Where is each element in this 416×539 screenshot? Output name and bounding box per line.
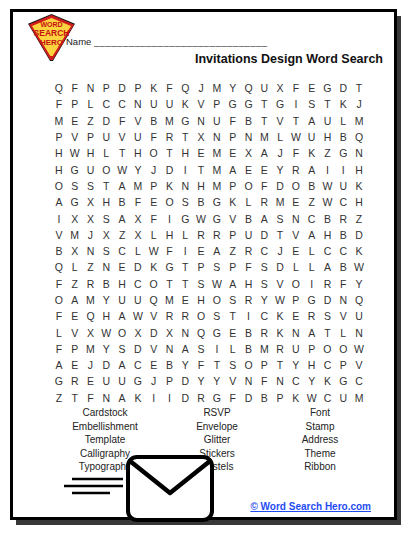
grid-cell: N — [83, 80, 99, 96]
grid-cell: H — [304, 357, 320, 373]
grid-cell: R — [193, 227, 209, 243]
grid-cell: X — [83, 324, 99, 340]
grid-cell: R — [256, 324, 272, 340]
grid-cell: K — [272, 324, 288, 340]
grid-cell: G — [209, 210, 225, 226]
grid-cell: S — [114, 341, 130, 357]
grid-cell: L — [241, 194, 257, 210]
grid-cell: C — [130, 357, 146, 373]
grid-cell: R — [177, 308, 193, 324]
grid-cell: H — [193, 292, 209, 308]
grid-cell: V — [272, 113, 288, 129]
grid-cell: M — [272, 194, 288, 210]
worksheet-page: WORD SEARCH HERO Name __________________… — [10, 9, 397, 520]
grid-cell: P — [193, 259, 209, 275]
grid-cell: P — [51, 129, 67, 145]
grid-cell: T — [177, 276, 193, 292]
grid-cell: X — [67, 243, 83, 259]
grid-cell: B — [241, 324, 257, 340]
grid-cell: G — [177, 113, 193, 129]
grid-cell: E — [146, 194, 162, 210]
grid-cell: R — [162, 308, 178, 324]
grid-cell: X — [272, 80, 288, 96]
grid-cell: W — [304, 390, 320, 406]
grid-cell: D — [98, 113, 114, 129]
grid-cell: V — [51, 227, 67, 243]
grid-cell: U — [130, 292, 146, 308]
grid-cell: Y — [351, 276, 367, 292]
grid-cell: C — [288, 373, 304, 389]
grid-cell: K — [351, 178, 367, 194]
grid-cell: R — [209, 227, 225, 243]
grid-cell: E — [288, 308, 304, 324]
grid-cell: Z — [67, 276, 83, 292]
grid-cell: Z — [351, 210, 367, 226]
grid-cell: R — [83, 276, 99, 292]
grid-cell: D — [98, 357, 114, 373]
grid-cell: N — [177, 178, 193, 194]
grid-cell: P — [335, 357, 351, 373]
grid-cell: F — [335, 276, 351, 292]
grid-cell: R — [162, 129, 178, 145]
grid-cell: N — [241, 129, 257, 145]
grid-cell: S — [193, 276, 209, 292]
grid-cell: T — [225, 308, 241, 324]
grid-cell: P — [98, 80, 114, 96]
grid-cell: C — [320, 243, 336, 259]
grid-cell: C — [304, 210, 320, 226]
grid-cell: B — [98, 276, 114, 292]
grid-cell: X — [67, 210, 83, 226]
grid-cell: L — [225, 341, 241, 357]
grid-cell: R — [241, 243, 257, 259]
grid-cell: G — [304, 292, 320, 308]
grid-cell: P — [304, 341, 320, 357]
grid-cell: W — [272, 292, 288, 308]
grid-cell: A — [304, 161, 320, 177]
grid-cell: Z — [114, 227, 130, 243]
grid-cell: N — [98, 390, 114, 406]
grid-cell: S — [256, 276, 272, 292]
grid-cell: O — [162, 194, 178, 210]
grid-cell: Q — [51, 259, 67, 275]
grid-cell: I — [335, 161, 351, 177]
grid-cell: J — [272, 145, 288, 161]
grid-cell: B — [256, 390, 272, 406]
grid-cell: A — [51, 357, 67, 373]
grid-cell: T — [288, 113, 304, 129]
grid-cell: M — [130, 178, 146, 194]
grid-cell: A — [67, 292, 83, 308]
grid-cell: D — [241, 390, 257, 406]
grid-cell: V — [114, 129, 130, 145]
grid-cell: B — [241, 210, 257, 226]
envelope-body — [128, 457, 212, 520]
grid-cell: X — [130, 227, 146, 243]
grid-cell: W — [130, 308, 146, 324]
grid-cell: F — [146, 129, 162, 145]
grid-cell: A — [256, 145, 272, 161]
grid-cell: T — [256, 113, 272, 129]
grid-cell: N — [98, 259, 114, 275]
grid-cell: Z — [51, 390, 67, 406]
grid-cell: H — [114, 276, 130, 292]
grid-cell: U — [304, 129, 320, 145]
grid-cell: E — [225, 324, 241, 340]
grid-cell: I — [320, 161, 336, 177]
grid-cell: Q — [351, 292, 367, 308]
grid-cell: B — [114, 194, 130, 210]
grid-cell: K — [146, 80, 162, 96]
grid-cell: S — [272, 210, 288, 226]
grid-cell: X — [193, 129, 209, 145]
grid-cell: D — [351, 227, 367, 243]
grid-cell: V — [272, 276, 288, 292]
grid-cell: Q — [146, 292, 162, 308]
grid-cell: D — [130, 341, 146, 357]
grid-cell: A — [114, 210, 130, 226]
grid-cell: U — [83, 161, 99, 177]
grid-cell: O — [241, 178, 257, 194]
grid-cell: C — [130, 276, 146, 292]
grid-cell: I — [288, 96, 304, 112]
grid-cell: I — [162, 390, 178, 406]
grid-cell: N — [130, 96, 146, 112]
grid-cell: R — [193, 390, 209, 406]
grid-cell: W — [351, 259, 367, 275]
grid-cell: T — [98, 178, 114, 194]
grid-cell: Q — [241, 80, 257, 96]
grid-cell: N — [351, 324, 367, 340]
grid-cell: O — [51, 178, 67, 194]
grid-cell: Q — [351, 129, 367, 145]
grid-cell: U — [256, 80, 272, 96]
grid-cell: T — [351, 80, 367, 96]
grid-cell: M — [51, 113, 67, 129]
grid-cell: N — [288, 324, 304, 340]
grid-cell: F — [288, 145, 304, 161]
grid-cell: R — [288, 161, 304, 177]
grid-cell: Y — [193, 373, 209, 389]
grid-cell: Q — [177, 80, 193, 96]
grid-cell: L — [272, 129, 288, 145]
grid-cell: R — [304, 308, 320, 324]
grid-cell: T — [272, 227, 288, 243]
grid-cell: D — [320, 292, 336, 308]
grid-cell: D — [162, 161, 178, 177]
grid-cell: P — [67, 341, 83, 357]
grid-cell: V — [335, 308, 351, 324]
grid-cell: F — [225, 390, 241, 406]
grid-cell: S — [209, 308, 225, 324]
grid-cell: P — [67, 96, 83, 112]
grid-cell: D — [272, 259, 288, 275]
grid-cell: O — [335, 341, 351, 357]
grid-cell: O — [193, 308, 209, 324]
grid-cell: F — [51, 308, 67, 324]
grid-cell: E — [288, 194, 304, 210]
grid-cell: P — [225, 129, 241, 145]
grid-cell: O — [209, 292, 225, 308]
grid-cell: W — [320, 178, 336, 194]
grid-cell: K — [162, 178, 178, 194]
grid-cell: B — [241, 341, 257, 357]
grid-cell: F — [193, 357, 209, 373]
grid-cell: B — [162, 357, 178, 373]
grid-cell: I — [177, 243, 193, 259]
grid-cell: T — [193, 161, 209, 177]
grid-cell: A — [114, 357, 130, 373]
grid-cell: P — [288, 292, 304, 308]
grid-cell: C — [98, 96, 114, 112]
grid-cell: V — [146, 341, 162, 357]
word-list-item: Cardstock — [40, 406, 170, 420]
grid-cell: O — [320, 341, 336, 357]
grid-cell: I — [304, 276, 320, 292]
grid-cell: U — [209, 113, 225, 129]
grid-cell: T — [162, 276, 178, 292]
grid-cell: R — [272, 341, 288, 357]
envelope-icon — [57, 453, 223, 525]
grid-cell: E — [288, 243, 304, 259]
grid-cell: G — [335, 373, 351, 389]
word-list-item: Ribbon — [255, 460, 385, 474]
grid-cell: I — [162, 210, 178, 226]
grid-cell: R — [241, 292, 257, 308]
grid-cell: L — [98, 145, 114, 161]
grid-cell: A — [114, 390, 130, 406]
grid-cell: U — [320, 113, 336, 129]
grid-cell: R — [256, 194, 272, 210]
grid-cell: B — [193, 194, 209, 210]
grid-cell: X — [83, 194, 99, 210]
grid-cell: S — [98, 210, 114, 226]
grid-cell: P — [225, 227, 241, 243]
word-list-item: Font — [255, 406, 385, 420]
grid-cell: L — [146, 227, 162, 243]
grid-cell: B — [241, 113, 257, 129]
grid-cell: B — [304, 178, 320, 194]
grid-cell: A — [225, 276, 241, 292]
grid-cell: H — [351, 194, 367, 210]
grid-cell: N — [177, 324, 193, 340]
grid-cell: V — [130, 113, 146, 129]
name-blank-line[interactable]: ______________________________ — [94, 36, 268, 47]
grid-cell: D — [256, 227, 272, 243]
grid-cell: H — [98, 194, 114, 210]
grid-cell: V — [193, 96, 209, 112]
grid-cell: G — [162, 259, 178, 275]
grid-cell: M — [209, 145, 225, 161]
grid-cell: G — [272, 96, 288, 112]
word-list-item: Stamp — [255, 420, 385, 434]
grid-cell: M — [209, 178, 225, 194]
grid-cell: B — [320, 210, 336, 226]
grid-cell: J — [83, 227, 99, 243]
grid-cell: K — [146, 259, 162, 275]
grid-cell: S — [320, 308, 336, 324]
grid-cell: T — [256, 96, 272, 112]
grid-cell: H — [98, 308, 114, 324]
grid-cell: V — [67, 129, 83, 145]
grid-cell: B — [335, 129, 351, 145]
grid-cell: M — [351, 390, 367, 406]
grid-cell: P — [130, 80, 146, 96]
grid-cell: K — [225, 194, 241, 210]
grid-cell: L — [67, 259, 83, 275]
grid-cell: A — [304, 113, 320, 129]
grid-cell: H — [83, 145, 99, 161]
grid-cell: C — [114, 243, 130, 259]
grid-cell: N — [335, 292, 351, 308]
grid-cell: G — [209, 324, 225, 340]
word-list-item: Embellishment — [40, 420, 170, 434]
grid-cell: T — [320, 96, 336, 112]
grid-cell: F — [288, 80, 304, 96]
grid-cell: G — [177, 210, 193, 226]
grid-cell: D — [146, 324, 162, 340]
grid-cell: W — [320, 194, 336, 210]
grid-cell: K — [288, 390, 304, 406]
grid-cell: N — [351, 145, 367, 161]
grid-cell: F — [51, 341, 67, 357]
grid-cell: B — [146, 113, 162, 129]
grid-cell: L — [177, 227, 193, 243]
grid-cell: F — [162, 243, 178, 259]
grid-cell: G — [335, 145, 351, 161]
grid-cell: X — [130, 324, 146, 340]
grid-cell: O — [241, 357, 257, 373]
grid-cell: Y — [272, 161, 288, 177]
grid-cell: C — [335, 194, 351, 210]
grid-cell: Y — [98, 341, 114, 357]
grid-cell: O — [146, 276, 162, 292]
grid-cell: B — [51, 243, 67, 259]
name-row: Name ______________________________ — [66, 36, 268, 47]
grid-cell: F — [241, 259, 257, 275]
grid-cell: G — [225, 96, 241, 112]
grid-cell: P — [83, 129, 99, 145]
grid-cell: C — [256, 243, 272, 259]
grid-cell: L — [51, 324, 67, 340]
grid-cell: M — [162, 292, 178, 308]
grid-cell: H — [51, 145, 67, 161]
grid-cell: X — [241, 145, 257, 161]
grid-cell: U — [98, 373, 114, 389]
grid-cell: K — [335, 96, 351, 112]
grid-cell: I — [146, 390, 162, 406]
grid-cell: F — [51, 276, 67, 292]
grid-cell: I — [209, 341, 225, 357]
grid-cell: F — [67, 80, 83, 96]
grid-cell: W — [146, 243, 162, 259]
grid-cell: J — [351, 96, 367, 112]
grid-cell: E — [225, 145, 241, 161]
grid-cell: T — [67, 390, 83, 406]
grid-cell: S — [304, 96, 320, 112]
grid-cell: I — [177, 161, 193, 177]
grid-cell: A — [304, 324, 320, 340]
grid-cell: W — [67, 145, 83, 161]
grid-cell: D — [177, 390, 193, 406]
word-column-3: FontStampAddressThemeRibbon — [255, 406, 385, 474]
grid-cell: E — [193, 243, 209, 259]
grid-cell: H — [351, 161, 367, 177]
grid-cell: X — [130, 210, 146, 226]
word-list-item: Theme — [255, 447, 385, 461]
grid-cell: T — [209, 357, 225, 373]
grid-cell: D — [114, 80, 130, 96]
grid-cell: I — [241, 308, 257, 324]
grid-cell: L — [83, 96, 99, 112]
grid-cell: G — [209, 390, 225, 406]
grid-cell: E — [67, 113, 83, 129]
word-search-hero-link[interactable]: © Word Search Hero.com — [250, 501, 371, 512]
grid-cell: E — [256, 161, 272, 177]
grid-cell: Y — [225, 80, 241, 96]
grid-cell: G — [320, 80, 336, 96]
grid-cell: Z — [83, 259, 99, 275]
grid-cell: H — [177, 145, 193, 161]
grid-cell: T — [114, 145, 130, 161]
word-list-item: Address — [255, 433, 385, 447]
grid-cell: Q — [51, 80, 67, 96]
grid-cell: P — [162, 373, 178, 389]
grid-cell: V — [288, 227, 304, 243]
grid-cell: N — [162, 341, 178, 357]
grid-cell: H — [162, 227, 178, 243]
grid-cell: Y — [177, 357, 193, 373]
grid-cell: R — [335, 210, 351, 226]
grid-cell: N — [241, 373, 257, 389]
grid-cell: K — [130, 390, 146, 406]
grid-cell: U — [114, 292, 130, 308]
grid-cell: A — [209, 243, 225, 259]
grid-cell: M — [256, 129, 272, 145]
grid-cell: J — [146, 161, 162, 177]
grid-cell: P — [225, 178, 241, 194]
grid-cell: G — [67, 161, 83, 177]
grid-cell: T — [320, 324, 336, 340]
grid-cell: U — [288, 341, 304, 357]
grid-cell: K — [272, 308, 288, 324]
grid-cell: D — [177, 373, 193, 389]
grid-cell: Y — [209, 373, 225, 389]
word-list-item: Template — [40, 433, 170, 447]
grid-cell: J — [146, 373, 162, 389]
grid-cell: S — [209, 259, 225, 275]
grid-cell: U — [162, 96, 178, 112]
grid-cell: C — [114, 96, 130, 112]
grid-cell: F — [146, 210, 162, 226]
grid-cell: Z — [83, 113, 99, 129]
name-label: Name — [66, 36, 91, 47]
grid-cell: V — [225, 373, 241, 389]
grid-cell: O — [51, 292, 67, 308]
grid-cell: Y — [304, 373, 320, 389]
grid-cell: E — [193, 145, 209, 161]
grid-cell: S — [98, 243, 114, 259]
grid-cell: M — [162, 113, 178, 129]
grid-cell: N — [209, 129, 225, 145]
grid-cell: S — [256, 259, 272, 275]
grid-cell: T — [162, 145, 178, 161]
grid-cell: F — [83, 390, 99, 406]
grid-cell: E — [304, 80, 320, 96]
grid-cell: W — [351, 341, 367, 357]
grid-cell: M — [209, 161, 225, 177]
grid-cell: A — [304, 227, 320, 243]
